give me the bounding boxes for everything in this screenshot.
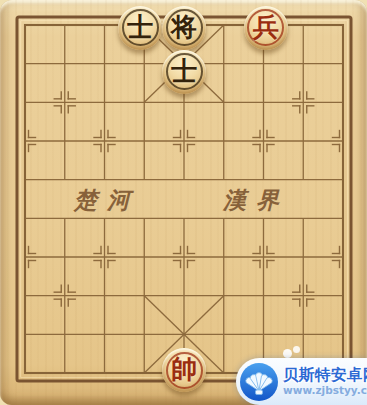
piece-black-general[interactable]: 将: [162, 6, 206, 50]
piece-label: 将: [171, 14, 197, 40]
piece-red-general[interactable]: 帥: [162, 348, 206, 392]
xiangqi-game-screen: 楚河 漢界 士将兵士帥 贝斯特安卓网 www.zjbstyy.com: [0, 0, 367, 405]
board-point-4-9: 帥: [162, 348, 206, 392]
piece-label: 士: [127, 14, 153, 40]
piece-label: 帥: [171, 356, 197, 382]
piece-black-advisor[interactable]: 士: [118, 6, 162, 50]
piece-black-advisor[interactable]: 士: [162, 50, 206, 94]
watermark: 贝斯特安卓网 www.zjbstyy.com: [236, 358, 367, 405]
board-point-4-0: 将: [162, 6, 206, 50]
piece-red-soldier[interactable]: 兵: [244, 6, 288, 50]
board-point-6-0: 兵: [244, 6, 288, 50]
board-point-3-0: 士: [118, 6, 162, 50]
board-point-4-1: 士: [162, 50, 206, 94]
shell-icon: [239, 362, 279, 402]
watermark-site-name: 贝斯特安卓网: [283, 367, 367, 383]
board-points-grid[interactable]: 士将兵士帥: [5, 6, 363, 393]
piece-label: 士: [171, 58, 197, 84]
watermark-site-url: www.zjbstyy.com: [283, 385, 367, 396]
piece-label: 兵: [253, 14, 279, 40]
